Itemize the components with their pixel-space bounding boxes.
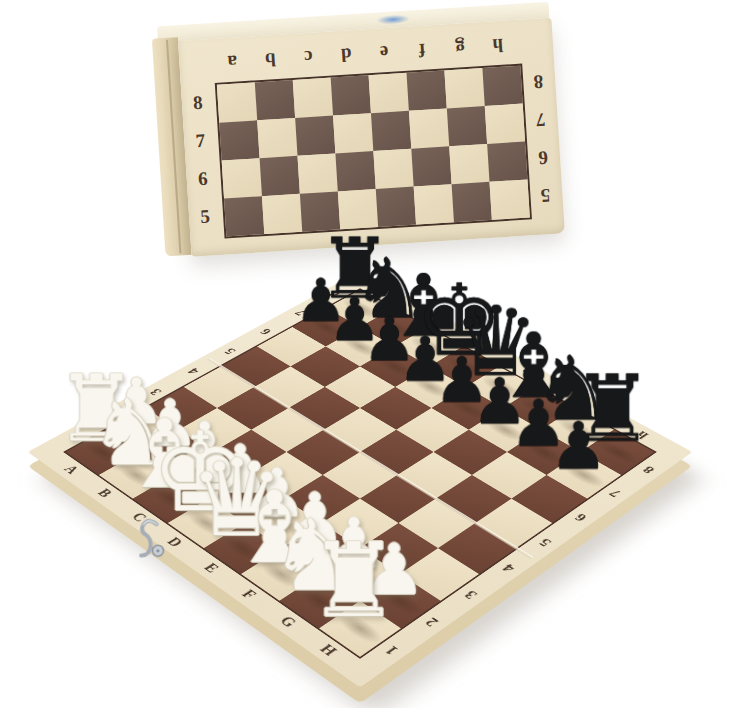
box-file-label: h [492, 34, 504, 57]
box-rank-label-right: 5 [540, 184, 551, 207]
box-file-label: b [264, 48, 276, 71]
box-rank-label-right: 6 [538, 146, 549, 169]
metal-clasp-icon [129, 515, 178, 570]
piece-glyph: ♜ [276, 530, 432, 633]
box-rank-label-left: 8 [193, 92, 204, 115]
box-rank-label-right: 7 [535, 108, 546, 131]
box-file-label: a [227, 50, 238, 73]
box-file-label: c [303, 46, 313, 68]
open-board-scene: ABCDEFGHabcdefgh1234567812345678 ♜♞♝♚♛♝♞… [0, 225, 738, 708]
box-file-label: g [455, 36, 466, 59]
piece-glyph: ♟ [507, 413, 649, 478]
box-rank-label-left: 7 [195, 130, 206, 153]
box-rank-label-left: 6 [197, 168, 208, 191]
box-rank-label-right: 8 [533, 70, 544, 93]
box-file-label: e [379, 41, 389, 63]
board-plane: ABCDEFGHabcdefgh1234567812345678 ♜♞♝♚♛♝♞… [28, 271, 693, 687]
box-file-label: d [340, 43, 352, 66]
box-file-label: f [418, 39, 426, 61]
